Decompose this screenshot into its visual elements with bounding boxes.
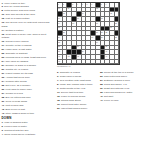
across-clue: 10. One who greets at the door <box>2 13 55 16</box>
clue-text: Continent with the Nile <box>4 129 28 132</box>
across-clue: 31. Planet known for its rings <box>2 72 55 75</box>
down-clues-column-2: 25. Room at the top of a house26. Ship's… <box>100 71 147 149</box>
across-clue: 33. Animal that gives wool <box>2 76 55 79</box>
across-clue: 17. Country of the pyramids <box>2 44 55 47</box>
clue-text: Part of a flower's stalk <box>6 17 30 20</box>
clue-text: Fruit used to make cider <box>6 88 32 91</box>
clue-number: 39. <box>2 100 5 103</box>
cell-number: 14 <box>82 12 84 14</box>
grid-caption: Crossword #1 <box>57 65 71 67</box>
crossword-grid: 1234567891011121314151617181920212223242… <box>57 2 121 66</box>
clue-text: Frozen form of water <box>4 125 27 128</box>
down-clue: 9. Tenth month of the year <box>57 87 97 90</box>
clue-text: Large body of salt water <box>6 48 32 51</box>
cell-number: 21 <box>96 22 98 24</box>
across-clue: 21. Large body of salt water <box>2 48 55 51</box>
clue-number: 7. <box>57 79 59 82</box>
clue-text: Small round green vegetable <box>4 133 35 136</box>
across-clue: 38. Box for letters and mail <box>2 96 55 99</box>
clue-text: Color of fresh grass <box>6 100 27 103</box>
cell-number: 15 <box>110 12 112 14</box>
clue-number: 19. <box>57 103 60 106</box>
cell-number: 31 <box>101 36 103 38</box>
across-clue: 24. Tool used for digging <box>2 60 55 63</box>
clue-text: Tool used for digging <box>6 60 29 63</box>
clue-number: 15. <box>57 95 60 98</box>
clue-text: Strong wind storm <box>61 99 81 102</box>
crossword-page: 1. Wine region of Italy3. Den for young … <box>0 0 150 150</box>
cell-number: 33 <box>58 41 60 43</box>
down-clue: 1. Walk in shallow water <box>2 121 55 124</box>
cell-number: 3 <box>72 3 73 5</box>
clue-text: Opposite of closed <box>60 71 80 74</box>
clue-number: 5. <box>57 71 59 74</box>
clue-text: Coat worn in heavy rain, wind or sleet o… <box>2 33 47 39</box>
across-clue: 22. Opposite of subtract <box>2 52 55 55</box>
clue-text: Den for young animals <box>4 5 28 8</box>
clue-number: 31. <box>2 72 5 75</box>
clue-text: Morning meal of eggs, toast and juice <box>6 56 47 59</box>
cell-number: 10 <box>58 7 60 9</box>
clue-number: 23. <box>2 56 5 59</box>
clue-number: 21. <box>2 48 5 51</box>
across-clue: 36. Fruit used to make cider <box>2 88 55 91</box>
across-clue: 43. Story passed down in time <box>2 112 55 115</box>
cell-number: 36 <box>77 45 79 47</box>
across-clue: 16. Sound a dove makes <box>2 40 55 43</box>
across-clue: 14. Neither's partner <box>2 29 55 32</box>
clue-number: 43. <box>2 112 5 115</box>
down-clue: 20. Insect that makes honey <box>57 107 97 110</box>
cell-number: 16 <box>58 17 60 19</box>
cell-number: 11 <box>67 7 69 9</box>
across-clue: 8. Metal source dug from rocks <box>2 9 55 12</box>
down-clue: 28. Song and dance, e.g. <box>100 83 147 86</box>
cell-number: 26 <box>96 31 98 33</box>
down-clue: 7. Sea creature with eight arms <box>57 79 97 82</box>
cell-number: 23 <box>58 26 60 28</box>
clue-text: One who greets at the door <box>6 13 36 16</box>
clue-text: Large gray animal with a trunk <box>60 83 93 86</box>
clue-number: 22. <box>2 52 5 55</box>
clue-text: Story passed down in time <box>6 112 35 115</box>
cell-number: 38 <box>58 50 60 52</box>
clue-text: Metal source dug from rocks <box>4 9 35 12</box>
cell-number: 34 <box>96 41 98 43</box>
down-clue: 3. Continent with the Nile <box>2 129 55 132</box>
across-clue: 1. Wine region of Italy <box>2 2 55 5</box>
clue-number: 29. <box>2 68 5 71</box>
down-clues-column-1: 5. Opposite of closed6. Grain used in br… <box>57 71 97 149</box>
cell-number: 4 <box>77 3 78 5</box>
clue-number: 26. <box>100 75 103 78</box>
clue-text: Night bird with big eyes <box>104 87 129 90</box>
cell-number: 12 <box>96 7 98 9</box>
clue-number: 40. <box>100 95 103 98</box>
down-clue: 27. Distance around a circle <box>100 79 147 82</box>
clue-number: 8. <box>57 83 59 86</box>
clue-text: Opposite of subtract <box>6 52 28 55</box>
clue-text: Sound a dove makes <box>6 40 29 43</box>
clue-text: Season after spring <box>6 80 27 83</box>
cell-number: 13 <box>63 12 65 14</box>
clue-number: 41. <box>100 99 103 102</box>
down-clue: 11. Device that tells time <box>57 91 97 94</box>
down-clue: 4. Small round green vegetable <box>2 133 55 136</box>
across-clue: 41. Unit of farm land <box>2 104 55 107</box>
clue-text: Tea served over ice with mint leaves and… <box>2 21 50 27</box>
across-clue: 12. Part of a flower's stalk <box>2 17 55 20</box>
clue-text: Tenth month of the year <box>60 87 86 90</box>
clue-number: 37. <box>2 92 5 95</box>
clue-number: 14. <box>2 29 5 32</box>
cell-number: 5 <box>82 3 83 5</box>
clue-number: 32. <box>100 91 103 94</box>
clue-number: 41. <box>2 104 5 107</box>
across-clue: 27. Number of sides in a square <box>2 64 55 67</box>
down-clue: 8. Large gray animal with a trunk <box>57 83 97 86</box>
cell-number: 30 <box>91 36 93 38</box>
cell-number: 17 <box>77 17 79 19</box>
clue-number: 11. <box>57 91 60 94</box>
down-clue: 40. Not shut <box>100 95 147 98</box>
across-clue: 23. Morning meal of eggs, toast and juic… <box>2 56 55 59</box>
cell-number: 40 <box>105 50 107 52</box>
cell-number: 1 <box>58 3 59 5</box>
cell-number: 35 <box>58 45 60 47</box>
clue-text: Not shut <box>104 95 113 98</box>
clue-text: Number of sides in a square <box>6 64 36 67</box>
clue-text: Sea creature with eight arms <box>60 79 91 82</box>
clue-number: 24. <box>2 60 5 63</box>
cell-number: 45 <box>58 60 60 62</box>
across-clue: 15. Coat worn in heavy rain, wind or sle… <box>2 33 55 40</box>
clue-text: Not even, as a number <box>6 84 31 87</box>
clue-text: Ship's steering wheel <box>104 75 127 78</box>
across-clue: 34. Season after spring <box>2 80 55 83</box>
clue-text: Unit of farm land <box>6 104 24 107</box>
clue-number: 35. <box>2 84 5 87</box>
clue-text: Grain used in bread <box>60 75 81 78</box>
clue-number: 30. <box>100 87 103 90</box>
cell-number: 18 <box>101 17 103 19</box>
cell-number: 25 <box>63 31 65 33</box>
cell-number: 28 <box>105 31 107 33</box>
cell-number: 39 <box>82 50 84 52</box>
cell-number: 42 <box>67 55 69 57</box>
clue-number: 25. <box>100 71 103 74</box>
clue-number: 16. <box>2 40 5 43</box>
cell-number: 20 <box>72 22 74 24</box>
clue-number: 27. <box>100 79 103 82</box>
across-clue: 39. Color of fresh grass <box>2 100 55 103</box>
clue-text: Walk in shallow water <box>4 121 27 124</box>
down-clue: 25. Room at the top of a house <box>100 71 147 74</box>
down-clue: 15. Place to borrow books <box>57 95 97 98</box>
across-clue: 29. Capital city of France <box>2 68 55 71</box>
clue-text: Piece of cake <box>104 99 119 102</box>
down-clue: 18. Strong wind storm <box>57 99 97 102</box>
clue-text: Planet known for its rings <box>6 72 33 75</box>
clue-text: Song and dance, e.g. <box>104 83 127 86</box>
cell-number: 19 <box>58 22 60 24</box>
cell-number: 32 <box>115 36 117 38</box>
clue-text: Room at the top of a house <box>104 71 133 74</box>
clue-number: 28. <box>100 83 103 86</box>
cell-number: 41 <box>58 55 60 57</box>
down-clue: 26. Ship's steering wheel <box>100 75 147 78</box>
clue-number: 38. <box>2 96 5 99</box>
down-clue: 30. Night bird with big eyes <box>100 87 147 90</box>
clue-number: 18. <box>57 99 60 102</box>
down-heading: DOWN <box>2 117 55 120</box>
clue-number: 6. <box>57 75 59 78</box>
down-clue: 32. Land surrounded by water <box>100 91 147 94</box>
clue-text: Country of the pyramids <box>6 44 32 47</box>
down-clue: 41. Piece of cake <box>100 99 147 102</box>
clue-text: Distance around a circle <box>104 79 130 82</box>
clue-text: Animal that gives wool <box>5 76 29 79</box>
cell-number: 7 <box>91 3 92 5</box>
cell-number: 27 <box>101 31 103 33</box>
clue-number: 42. <box>2 108 5 111</box>
across-clue: 3. Den for young animals <box>2 5 55 8</box>
cell-number: 9 <box>105 3 106 5</box>
cell-number: 44 <box>105 55 107 57</box>
clue-text: Sweet treat after dinner <box>61 103 86 106</box>
clue-text: Box for letters and mail <box>6 96 31 99</box>
clue-number: 34. <box>2 80 5 83</box>
down-clue: 6. Grain used in bread <box>57 75 97 78</box>
cell-number: 43 <box>77 55 79 57</box>
across-clue: 35. Not even, as a number <box>2 84 55 87</box>
clue-text: Cousin of a frog <box>6 92 23 95</box>
clue-text: Capital city of France <box>6 68 29 71</box>
clue-text: Bird of prey's nest <box>6 108 25 111</box>
letter-cell[interactable] <box>115 60 120 65</box>
cell-number: 24 <box>110 26 112 28</box>
down-clue: 2. Frozen form of water <box>2 125 55 128</box>
clue-text: Insect that makes honey <box>61 107 87 110</box>
cell-number: 2 <box>63 3 64 5</box>
across-clues-column: 1. Wine region of Italy3. Den for young … <box>2 2 55 149</box>
across-clue: 13. Tea served over ice with mint leaves… <box>2 21 55 28</box>
clue-text: Land surrounded by water <box>104 91 132 94</box>
across-clue: 37. Cousin of a frog <box>2 92 55 95</box>
cell-number: 29 <box>58 36 60 38</box>
down-clue: 5. Opposite of closed <box>57 71 97 74</box>
clue-text: Device that tells time <box>61 91 84 94</box>
cell-number: 6 <box>86 3 87 5</box>
down-clue: 19. Sweet treat after dinner <box>57 103 97 106</box>
cell-number: 22 <box>115 22 117 24</box>
clue-number: 27. <box>2 64 5 67</box>
clue-number: 36. <box>2 88 5 91</box>
clue-number: 10. <box>2 13 5 16</box>
clue-number: 20. <box>57 107 60 110</box>
clue-number: 12. <box>2 17 5 20</box>
cell-number: 8 <box>101 3 102 5</box>
clue-text: Neither's partner <box>6 29 24 32</box>
across-clue: 42. Bird of prey's nest <box>2 108 55 111</box>
clue-number: 17. <box>2 44 5 47</box>
clue-text: Wine region of Italy <box>4 2 25 5</box>
clue-text: Place to borrow books <box>61 95 85 98</box>
cell-number: 37 <box>105 45 107 47</box>
